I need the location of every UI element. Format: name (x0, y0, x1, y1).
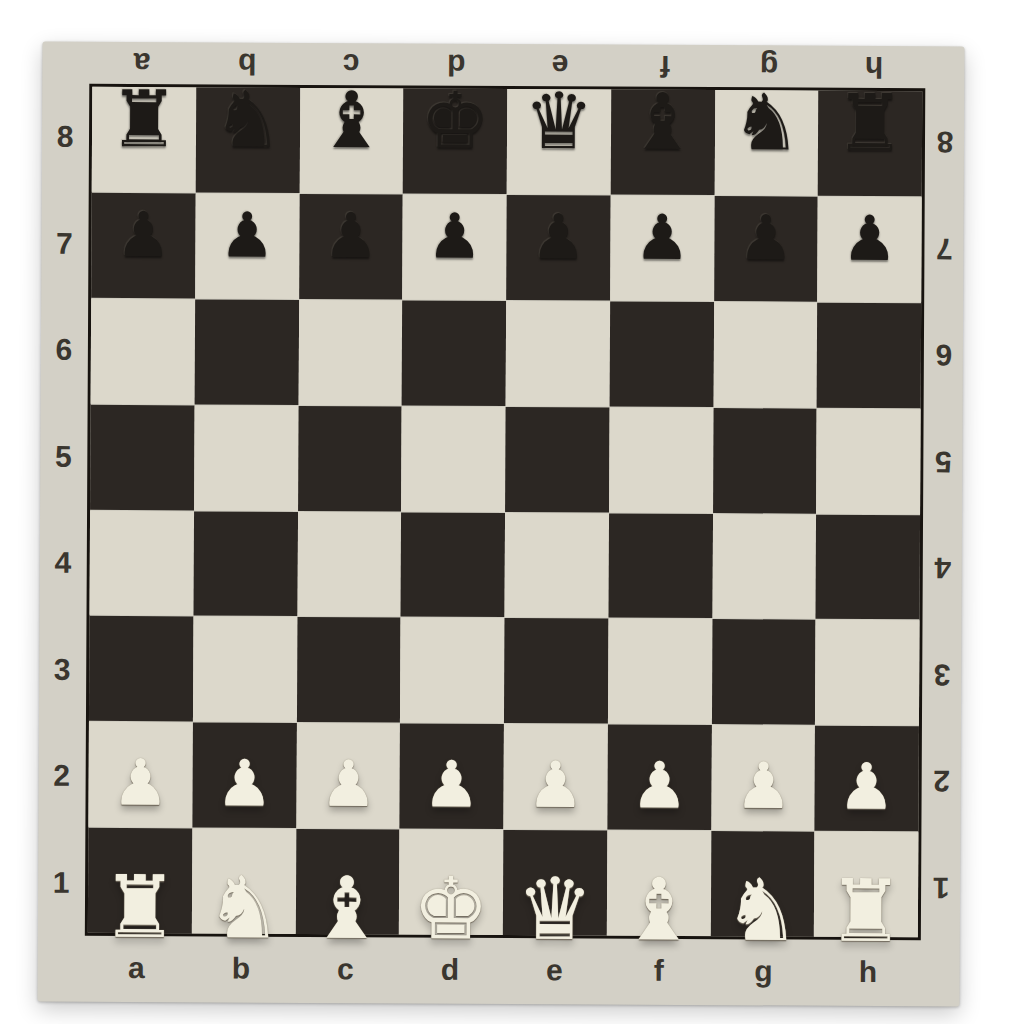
square-d6[interactable] (402, 300, 506, 405)
black-pawn-a7[interactable]: ♟ (115, 204, 171, 266)
square-d8[interactable]: ♚ (403, 88, 507, 193)
black-knight-g8[interactable]: ♞ (731, 84, 801, 162)
square-c5[interactable] (298, 406, 402, 511)
square-a4[interactable] (90, 510, 194, 615)
square-a8[interactable]: ♜ (92, 87, 196, 192)
square-g3[interactable] (711, 619, 815, 724)
white-pawn-g2[interactable]: ♟ (734, 754, 792, 818)
rank-label-left-1: 1 (38, 829, 86, 936)
square-c6[interactable] (298, 300, 402, 405)
square-d4[interactable] (401, 512, 505, 617)
square-f4[interactable] (608, 513, 712, 618)
square-g6[interactable] (713, 302, 817, 407)
square-a1[interactable]: ♜ (88, 828, 192, 933)
black-pawn-f7[interactable]: ♟ (634, 207, 690, 269)
white-bishop-c1[interactable]: ♝ (309, 865, 386, 951)
square-h8[interactable]: ♜ (818, 91, 922, 196)
black-pawn-g7[interactable]: ♟ (738, 208, 794, 270)
square-g5[interactable] (713, 408, 817, 513)
square-f2[interactable]: ♟ (607, 725, 711, 830)
square-h5[interactable] (816, 408, 920, 513)
white-knight-g1[interactable]: ♞ (724, 867, 801, 953)
square-a7[interactable]: ♟ (91, 193, 195, 298)
white-pawn-h2[interactable]: ♟ (838, 755, 896, 819)
rank-label-right-1: 1 (921, 834, 961, 941)
black-bishop-f8[interactable]: ♝ (628, 83, 698, 161)
square-d5[interactable] (401, 406, 505, 511)
square-b1[interactable]: ♞ (192, 829, 296, 934)
square-h4[interactable] (816, 514, 920, 619)
square-b2[interactable]: ♟ (192, 723, 296, 828)
chess-board: ♜♞♝♚♛♝♞♜♟♟♟♟♟♟♟♟♟♟♟♟♟♟♟♟♜♞♝♚♛♝♞♜ (85, 84, 925, 940)
black-knight-b8[interactable]: ♞ (213, 81, 283, 159)
black-bishop-c8[interactable]: ♝ (316, 81, 386, 159)
square-f3[interactable] (608, 619, 712, 724)
square-c2[interactable]: ♟ (296, 723, 400, 828)
square-h1[interactable]: ♜ (814, 832, 918, 937)
square-g4[interactable] (712, 514, 816, 619)
rank-label-left-4: 4 (40, 510, 88, 617)
rank-labels-right: 87654321 (921, 88, 964, 940)
square-e7[interactable]: ♟ (506, 195, 610, 300)
black-queen-e8[interactable]: ♛ (524, 83, 594, 161)
white-pawn-d2[interactable]: ♟ (423, 752, 481, 816)
square-e8[interactable]: ♛ (507, 89, 611, 194)
rank-label-left-2: 2 (38, 723, 86, 830)
white-pawn-e2[interactable]: ♟ (527, 753, 585, 817)
square-e1[interactable]: ♛ (503, 830, 607, 935)
square-h7[interactable]: ♟ (817, 197, 921, 302)
rank-label-left-5: 5 (40, 403, 88, 510)
square-g1[interactable]: ♞ (710, 831, 814, 936)
square-c7[interactable]: ♟ (299, 194, 403, 299)
square-h6[interactable] (817, 302, 921, 407)
white-rook-a1[interactable]: ♜ (101, 864, 178, 950)
rank-label-right-5: 5 (923, 408, 963, 515)
black-pawn-d7[interactable]: ♟ (427, 206, 483, 268)
rank-label-right-4: 4 (922, 514, 962, 621)
white-pawn-a2[interactable]: ♟ (112, 751, 170, 815)
rank-label-left-8: 8 (42, 84, 90, 191)
white-queen-e1[interactable]: ♛ (516, 866, 593, 952)
black-pawn-e7[interactable]: ♟ (530, 206, 586, 268)
rank-label-right-3: 3 (922, 621, 962, 728)
rank-label-left-3: 3 (39, 616, 87, 723)
square-e6[interactable] (506, 301, 610, 406)
rank-label-right-2: 2 (921, 727, 961, 834)
square-e2[interactable]: ♟ (503, 724, 607, 829)
square-f1[interactable]: ♝ (607, 831, 711, 936)
rank-label-left-7: 7 (41, 190, 89, 297)
square-e3[interactable] (504, 618, 608, 723)
square-a5[interactable] (90, 404, 194, 509)
square-f8[interactable]: ♝ (610, 90, 714, 195)
square-g2[interactable]: ♟ (711, 725, 815, 830)
rank-label-right-8: 8 (925, 88, 965, 195)
square-b7[interactable]: ♟ (195, 193, 299, 298)
square-a3[interactable] (89, 616, 193, 721)
square-d3[interactable] (400, 618, 504, 723)
black-rook-a8[interactable]: ♜ (109, 80, 179, 158)
square-f6[interactable] (609, 301, 713, 406)
square-d1[interactable]: ♚ (399, 830, 503, 935)
square-c3[interactable] (296, 617, 400, 722)
black-pawn-h7[interactable]: ♟ (842, 208, 898, 270)
square-h3[interactable] (815, 620, 919, 725)
square-f5[interactable] (609, 407, 713, 512)
square-h2[interactable]: ♟ (815, 726, 919, 831)
square-a6[interactable] (91, 299, 195, 404)
white-bishop-f1[interactable]: ♝ (620, 866, 697, 952)
black-king-d8[interactable]: ♚ (420, 82, 490, 160)
rank-label-left-6: 6 (41, 297, 89, 404)
square-d2[interactable]: ♟ (400, 724, 504, 829)
square-f7[interactable]: ♟ (610, 195, 714, 300)
square-e4[interactable] (505, 513, 609, 618)
white-rook-h1[interactable]: ♜ (827, 867, 904, 953)
white-pawn-c2[interactable]: ♟ (319, 752, 377, 816)
chess-mat: abcdefgh 87654321 87654321 abcdefgh ♜♞♝♚… (37, 42, 964, 1007)
square-g7[interactable]: ♟ (714, 196, 818, 301)
black-rook-h8[interactable]: ♜ (835, 84, 905, 162)
square-b5[interactable] (194, 405, 298, 510)
white-pawn-f2[interactable]: ♟ (630, 753, 688, 817)
rank-labels-left: 87654321 (38, 84, 89, 936)
black-pawn-b7[interactable]: ♟ (219, 205, 275, 267)
square-a2[interactable]: ♟ (88, 722, 192, 827)
black-pawn-c7[interactable]: ♟ (323, 205, 379, 267)
rank-label-right-7: 7 (924, 195, 964, 302)
square-b3[interactable] (193, 617, 297, 722)
square-c1[interactable]: ♝ (295, 829, 399, 934)
square-e5[interactable] (505, 407, 609, 512)
square-b6[interactable] (194, 299, 298, 404)
white-king-d1[interactable]: ♚ (412, 865, 489, 951)
white-pawn-b2[interactable]: ♟ (215, 751, 273, 815)
square-b4[interactable] (193, 511, 297, 616)
white-knight-b1[interactable]: ♞ (205, 864, 282, 950)
square-b8[interactable]: ♞ (195, 87, 299, 192)
square-c4[interactable] (297, 511, 401, 616)
square-c8[interactable]: ♝ (299, 88, 403, 193)
rank-label-right-6: 6 (924, 301, 964, 408)
square-g8[interactable]: ♞ (714, 90, 818, 195)
square-d7[interactable]: ♟ (402, 194, 506, 299)
